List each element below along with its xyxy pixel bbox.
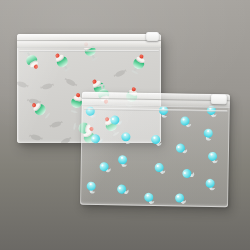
soda-candy-motif-ball: [120, 131, 132, 143]
soda-candy-motif: [98, 160, 112, 174]
watermark-candy-motif: [17, 78, 30, 90]
soda-candy-motif: [154, 162, 166, 174]
cream-soda-float-motif-cherry: [33, 64, 38, 69]
soda-candy-motif: [200, 125, 217, 142]
watermark-candy-motif: [63, 75, 79, 89]
soda-candy-motif-ball: [181, 167, 193, 179]
soda-candy-motif: [115, 152, 131, 168]
watermark-candy-motif-c: [17, 80, 28, 88]
watermark-candy-motif-c: [114, 69, 125, 78]
photo-backdrop: [0, 0, 250, 250]
watermark-candy-motif: [28, 131, 44, 142]
zipper-slider-tab: [211, 94, 227, 104]
soda-candy-motif: [179, 165, 196, 182]
soda-candy-motif: [205, 150, 220, 165]
watermark-candy-motif-c: [50, 120, 61, 128]
soda-candy-motif: [115, 182, 130, 197]
zipper-band: [17, 34, 161, 48]
zipper-groove: [82, 98, 230, 102]
watermark-candy-motif: [57, 134, 73, 143]
watermark-candy-motif-c: [65, 77, 76, 86]
soda-candy-motif-ball: [207, 151, 218, 162]
zipper-rail: [19, 50, 159, 52]
watermark-candy-motif-c: [59, 136, 70, 143]
soda-candy-motif-ball: [151, 135, 161, 145]
watermark-candy-motif: [112, 66, 128, 79]
soda-candy-motif: [150, 133, 163, 146]
soda-candy-motif: [203, 176, 219, 192]
cream-soda-float-motif-foot: [70, 110, 77, 114]
soda-candy-motif: [83, 179, 99, 195]
watermark-candy-motif: [48, 118, 64, 130]
soda-candy-motif-speck: [157, 165, 159, 167]
watermark-candy-motif-c: [31, 133, 42, 140]
soda-candy-motif: [142, 191, 156, 205]
soda-candy-motif: [118, 130, 134, 146]
soda-candy-motif-ball: [143, 192, 154, 203]
watermark-candy-motif: [39, 80, 55, 91]
soda-candy-motif: [174, 141, 189, 156]
soda-candy-motif: [174, 192, 187, 205]
soda-candy-motif: [88, 131, 104, 147]
cream-soda-float-motif: [128, 52, 148, 76]
cream-soda-float-motif-foot: [131, 70, 138, 75]
zipper-band: [82, 92, 230, 109]
cream-soda-float-motif: [51, 50, 73, 74]
soda-candy-motif-ball: [117, 154, 129, 166]
soda-candy-motif-ball: [204, 178, 216, 190]
soda-candy-motif-ball: [202, 127, 215, 140]
soda-candy-motif: [108, 113, 123, 128]
soda-candy-motif: [179, 115, 191, 127]
soda-candy-motif-ball: [89, 133, 101, 145]
soda-candy-motif-ball: [85, 180, 97, 192]
zipper-groove: [17, 40, 161, 41]
cream-soda-float-motif-foot: [73, 123, 76, 130]
soda-candy-motif-speck: [177, 196, 179, 198]
watermark-candy-motif-c: [42, 82, 53, 89]
zipper-slider-tab: [146, 32, 159, 41]
clear-pouch: [80, 92, 230, 208]
soda-candy-motif-speck: [183, 118, 185, 120]
